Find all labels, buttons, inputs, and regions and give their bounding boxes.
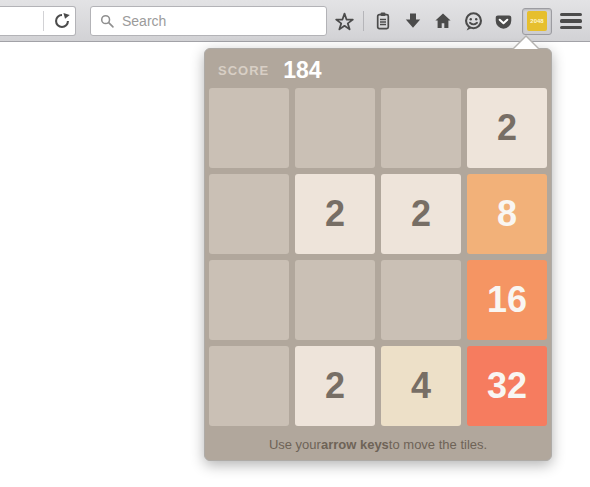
tile-2: 2	[295, 174, 375, 254]
tile-4: 4	[381, 346, 461, 426]
score-label: SCORE	[218, 63, 269, 78]
footer-hint-bold: arrow keys	[321, 437, 389, 452]
menu-button[interactable]	[560, 13, 582, 29]
browser-toolbar: 2048	[0, 0, 590, 42]
search-icon	[99, 13, 116, 30]
extension-2048-button[interactable]: 2048	[522, 8, 552, 35]
2048-extension-icon: 2048	[527, 11, 547, 31]
tile-2: 2	[467, 88, 547, 168]
pocket-button[interactable]	[492, 6, 514, 36]
popup-caret	[514, 37, 538, 49]
download-icon	[403, 11, 423, 31]
footer-hint-post: to move the tiles.	[389, 437, 487, 452]
feedback-button[interactable]	[462, 6, 484, 36]
url-bar-fragment[interactable]	[0, 6, 76, 36]
tile-32: 32	[467, 346, 547, 426]
game-2048-popup: SCORE 184 2228162432 Use your arrow keys…	[204, 48, 552, 461]
tile-2: 2	[295, 346, 375, 426]
search-bar[interactable]	[90, 6, 327, 36]
tile-2: 2	[381, 174, 461, 254]
empty-cell	[209, 174, 289, 254]
empty-cell	[209, 260, 289, 340]
search-input[interactable]	[122, 13, 326, 29]
toolbar-separator	[363, 11, 364, 31]
score-value: 184	[283, 57, 321, 84]
home-button[interactable]	[432, 6, 454, 36]
toolbar-icon-strip: 2048	[333, 0, 582, 42]
clipboard-button[interactable]	[372, 6, 394, 36]
empty-cell	[381, 260, 461, 340]
empty-cell	[381, 88, 461, 168]
empty-cell	[209, 346, 289, 426]
bookmark-star-icon	[334, 11, 355, 32]
empty-cell	[295, 88, 375, 168]
menu-icon	[560, 13, 582, 16]
empty-cell	[209, 88, 289, 168]
footer-hint-pre: Use your	[269, 437, 321, 452]
feedback-smiley-icon	[463, 11, 484, 32]
bookmark-star-button[interactable]	[333, 6, 355, 36]
clipboard-icon	[373, 11, 393, 31]
score-header: SCORE 184	[205, 49, 551, 88]
pocket-icon	[493, 11, 514, 32]
board-grid: 2228162432	[205, 88, 551, 426]
tile-8: 8	[467, 174, 547, 254]
url-bar-divider	[43, 11, 44, 31]
empty-cell	[295, 260, 375, 340]
tile-16: 16	[467, 260, 547, 340]
footer-hint: Use your arrow keys to move the tiles.	[205, 426, 551, 461]
download-button[interactable]	[402, 6, 424, 36]
reload-button[interactable]	[48, 7, 75, 35]
home-icon	[433, 11, 453, 31]
reload-icon	[53, 12, 71, 30]
